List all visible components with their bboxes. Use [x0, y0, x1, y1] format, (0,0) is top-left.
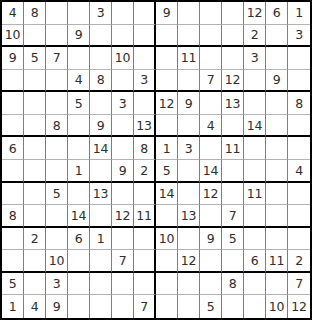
sudoku-cell-r8c6[interactable]: 9: [112, 160, 134, 183]
sudoku-cell-r7c13[interactable]: [266, 137, 288, 160]
sudoku-cell-r11c1[interactable]: [2, 228, 24, 251]
sudoku-cell-r8c13[interactable]: [266, 160, 288, 183]
sudoku-cell-r8c8[interactable]: 5: [156, 160, 178, 183]
sudoku-cell-r12c14[interactable]: 2: [288, 250, 310, 273]
sudoku-cell-r13c6[interactable]: [112, 273, 134, 296]
sudoku-cell-r1c8[interactable]: 9: [156, 2, 178, 25]
sudoku-cell-r6c12[interactable]: 14: [244, 115, 266, 138]
sudoku-cell-r14c2[interactable]: 4: [24, 295, 46, 318]
sudoku-cell-r10c14[interactable]: [288, 205, 310, 228]
sudoku-cell-r14c4[interactable]: [68, 295, 90, 318]
sudoku-cell-r5c11[interactable]: 13: [222, 92, 244, 115]
sudoku-cell-r2c6[interactable]: [112, 25, 134, 48]
sudoku-cell-r1c7[interactable]: [134, 2, 156, 25]
sudoku-cell-r2c11[interactable]: [222, 25, 244, 48]
sudoku-cell-r3c5[interactable]: [90, 47, 112, 70]
sudoku-cell-r11c7[interactable]: [134, 228, 156, 251]
sudoku-cell-r3c10[interactable]: [200, 47, 222, 70]
sudoku-cell-r8c1[interactable]: [2, 160, 24, 183]
sudoku-cell-r11c13[interactable]: [266, 228, 288, 251]
sudoku-cell-r5c4[interactable]: 5: [68, 92, 90, 115]
sudoku-cell-r1c9[interactable]: [178, 2, 200, 25]
sudoku-cell-r9c14[interactable]: [288, 183, 310, 206]
sudoku-cell-r12c7[interactable]: [134, 250, 156, 273]
sudoku-cell-r8c7[interactable]: 2: [134, 160, 156, 183]
sudoku-cell-r4c8[interactable]: [156, 70, 178, 93]
sudoku-cell-r10c12[interactable]: [244, 205, 266, 228]
sudoku-cell-r11c4[interactable]: 6: [68, 228, 90, 251]
sudoku-cell-r10c1[interactable]: 8: [2, 205, 24, 228]
sudoku-cell-r4c14[interactable]: [288, 70, 310, 93]
sudoku-cell-r2c1[interactable]: 10: [2, 25, 24, 48]
sudoku-cell-r5c5[interactable]: [90, 92, 112, 115]
sudoku-cell-r10c3[interactable]: [46, 205, 68, 228]
sudoku-cell-r9c7[interactable]: [134, 183, 156, 206]
sudoku-cell-r5c13[interactable]: [266, 92, 288, 115]
sudoku-cell-r10c9[interactable]: 13: [178, 205, 200, 228]
sudoku-cell-r12c11[interactable]: [222, 250, 244, 273]
sudoku-cell-r12c13[interactable]: 11: [266, 250, 288, 273]
sudoku-cell-r6c8[interactable]: [156, 115, 178, 138]
sudoku-cell-r13c12[interactable]: [244, 273, 266, 296]
sudoku-cell-r8c12[interactable]: [244, 160, 266, 183]
sudoku-cell-r7c3[interactable]: [46, 137, 68, 160]
sudoku-cell-r6c14[interactable]: [288, 115, 310, 138]
sudoku-cell-r11c2[interactable]: 2: [24, 228, 46, 251]
sudoku-cell-r9c3[interactable]: 5: [46, 183, 68, 206]
sudoku-cell-r4c4[interactable]: 4: [68, 70, 90, 93]
sudoku-cell-r3c4[interactable]: [68, 47, 90, 70]
sudoku-cell-r8c14[interactable]: 4: [288, 160, 310, 183]
sudoku-cell-r4c7[interactable]: 3: [134, 70, 156, 93]
sudoku-cell-r8c5[interactable]: [90, 160, 112, 183]
sudoku-cell-r3c12[interactable]: 3: [244, 47, 266, 70]
sudoku-cell-r13c14[interactable]: 7: [288, 273, 310, 296]
sudoku-cell-r12c9[interactable]: 12: [178, 250, 200, 273]
sudoku-cell-r1c1[interactable]: 4: [2, 2, 24, 25]
sudoku-cell-r10c10[interactable]: [200, 205, 222, 228]
sudoku-cell-r7c4[interactable]: [68, 137, 90, 160]
sudoku-cell-r1c10[interactable]: [200, 2, 222, 25]
sudoku-cell-r4c9[interactable]: [178, 70, 200, 93]
sudoku-cell-r9c11[interactable]: [222, 183, 244, 206]
sudoku-cell-r14c10[interactable]: 5: [200, 295, 222, 318]
sudoku-cell-r14c8[interactable]: [156, 295, 178, 318]
sudoku-cell-r4c1[interactable]: [2, 70, 24, 93]
sudoku-cell-r2c3[interactable]: [46, 25, 68, 48]
sudoku-cell-r2c2[interactable]: [24, 25, 46, 48]
sudoku-cell-r9c1[interactable]: [2, 183, 24, 206]
sudoku-board: 4839126110923957101134837129531291388913…: [0, 0, 312, 320]
sudoku-cell-r3c2[interactable]: 5: [24, 47, 46, 70]
sudoku-cell-r9c12[interactable]: 11: [244, 183, 266, 206]
sudoku-cell-r4c3[interactable]: [46, 70, 68, 93]
sudoku-cell-r8c4[interactable]: 1: [68, 160, 90, 183]
sudoku-cell-r10c4[interactable]: 14: [68, 205, 90, 228]
sudoku-cell-r9c8[interactable]: 14: [156, 183, 178, 206]
sudoku-cell-r5c9[interactable]: 9: [178, 92, 200, 115]
sudoku-cell-r7c8[interactable]: 1: [156, 137, 178, 160]
sudoku-cell-r6c13[interactable]: [266, 115, 288, 138]
sudoku-cell-r3c14[interactable]: [288, 47, 310, 70]
sudoku-cell-r11c9[interactable]: [178, 228, 200, 251]
sudoku-cell-r3c6[interactable]: 10: [112, 47, 134, 70]
sudoku-cell-r2c4[interactable]: 9: [68, 25, 90, 48]
sudoku-cell-r14c7[interactable]: 7: [134, 295, 156, 318]
sudoku-cell-r2c10[interactable]: [200, 25, 222, 48]
sudoku-cell-r10c2[interactable]: [24, 205, 46, 228]
sudoku-cell-r8c2[interactable]: [24, 160, 46, 183]
sudoku-cell-r7c6[interactable]: [112, 137, 134, 160]
sudoku-cell-r11c3[interactable]: [46, 228, 68, 251]
sudoku-cell-r6c4[interactable]: [68, 115, 90, 138]
sudoku-cell-r6c2[interactable]: [24, 115, 46, 138]
sudoku-cell-r2c13[interactable]: [266, 25, 288, 48]
sudoku-cell-r14c9[interactable]: [178, 295, 200, 318]
sudoku-cell-r2c12[interactable]: 2: [244, 25, 266, 48]
sudoku-cell-r2c5[interactable]: [90, 25, 112, 48]
sudoku-cell-r1c5[interactable]: 3: [90, 2, 112, 25]
sudoku-cell-r3c11[interactable]: [222, 47, 244, 70]
sudoku-cell-r5c10[interactable]: [200, 92, 222, 115]
sudoku-cell-r4c6[interactable]: [112, 70, 134, 93]
sudoku-cell-r14c6[interactable]: [112, 295, 134, 318]
sudoku-cell-r10c13[interactable]: [266, 205, 288, 228]
sudoku-cell-r1c13[interactable]: 6: [266, 2, 288, 25]
sudoku-cell-r3c8[interactable]: [156, 47, 178, 70]
sudoku-cell-r1c4[interactable]: [68, 2, 90, 25]
sudoku-cell-r1c6[interactable]: [112, 2, 134, 25]
sudoku-cell-r12c5[interactable]: [90, 250, 112, 273]
sudoku-cell-r5c8[interactable]: 12: [156, 92, 178, 115]
sudoku-cell-r11c8[interactable]: 10: [156, 228, 178, 251]
sudoku-cell-r10c11[interactable]: 7: [222, 205, 244, 228]
sudoku-cell-r7c1[interactable]: 6: [2, 137, 24, 160]
sudoku-cell-r6c5[interactable]: 9: [90, 115, 112, 138]
sudoku-cell-r13c3[interactable]: 3: [46, 273, 68, 296]
sudoku-cell-r7c14[interactable]: [288, 137, 310, 160]
sudoku-cell-r3c3[interactable]: 7: [46, 47, 68, 70]
sudoku-cell-r13c7[interactable]: [134, 273, 156, 296]
sudoku-cell-r13c2[interactable]: [24, 273, 46, 296]
sudoku-cell-r1c14[interactable]: 1: [288, 2, 310, 25]
sudoku-cell-r6c10[interactable]: 4: [200, 115, 222, 138]
sudoku-cell-r1c2[interactable]: 8: [24, 2, 46, 25]
sudoku-cell-r5c12[interactable]: [244, 92, 266, 115]
sudoku-cell-r11c12[interactable]: [244, 228, 266, 251]
sudoku-cell-r14c3[interactable]: 9: [46, 295, 68, 318]
sudoku-cell-r9c4[interactable]: [68, 183, 90, 206]
sudoku-cell-r9c10[interactable]: 12: [200, 183, 222, 206]
sudoku-cell-r4c11[interactable]: 12: [222, 70, 244, 93]
sudoku-cell-r3c13[interactable]: [266, 47, 288, 70]
sudoku-cell-r4c5[interactable]: 8: [90, 70, 112, 93]
sudoku-cell-r4c13[interactable]: 9: [266, 70, 288, 93]
sudoku-cell-r6c7[interactable]: 13: [134, 115, 156, 138]
sudoku-cell-r9c5[interactable]: 13: [90, 183, 112, 206]
sudoku-cell-r5c6[interactable]: 3: [112, 92, 134, 115]
sudoku-cell-r6c6[interactable]: [112, 115, 134, 138]
sudoku-cell-r1c3[interactable]: [46, 2, 68, 25]
sudoku-cell-r13c8[interactable]: [156, 273, 178, 296]
sudoku-cell-r8c9[interactable]: [178, 160, 200, 183]
sudoku-cell-r6c11[interactable]: [222, 115, 244, 138]
sudoku-cell-r3c9[interactable]: 11: [178, 47, 200, 70]
sudoku-cell-r5c2[interactable]: [24, 92, 46, 115]
sudoku-cell-r10c5[interactable]: [90, 205, 112, 228]
sudoku-cell-r8c11[interactable]: [222, 160, 244, 183]
sudoku-cell-r3c7[interactable]: [134, 47, 156, 70]
sudoku-cell-r2c7[interactable]: [134, 25, 156, 48]
sudoku-cell-r4c12[interactable]: [244, 70, 266, 93]
sudoku-cell-r13c10[interactable]: [200, 273, 222, 296]
sudoku-cell-r4c2[interactable]: [24, 70, 46, 93]
sudoku-cell-r11c6[interactable]: [112, 228, 134, 251]
sudoku-cell-r14c14[interactable]: 12: [288, 295, 310, 318]
sudoku-cell-r1c11[interactable]: [222, 2, 244, 25]
sudoku-cell-r9c6[interactable]: [112, 183, 134, 206]
sudoku-cell-r5c1[interactable]: [2, 92, 24, 115]
sudoku-cell-r11c5[interactable]: 1: [90, 228, 112, 251]
sudoku-cell-r7c5[interactable]: 14: [90, 137, 112, 160]
sudoku-cell-r9c13[interactable]: [266, 183, 288, 206]
sudoku-cell-r13c9[interactable]: [178, 273, 200, 296]
sudoku-cell-r14c11[interactable]: [222, 295, 244, 318]
sudoku-cell-r13c4[interactable]: [68, 273, 90, 296]
sudoku-cell-r12c12[interactable]: 6: [244, 250, 266, 273]
sudoku-cell-r2c9[interactable]: [178, 25, 200, 48]
sudoku-cell-r14c13[interactable]: 10: [266, 295, 288, 318]
sudoku-cell-r8c10[interactable]: 14: [200, 160, 222, 183]
sudoku-cell-r9c2[interactable]: [24, 183, 46, 206]
sudoku-cell-r12c10[interactable]: [200, 250, 222, 273]
sudoku-cell-r2c8[interactable]: [156, 25, 178, 48]
sudoku-cell-r2c14[interactable]: 3: [288, 25, 310, 48]
sudoku-cell-r4c10[interactable]: 7: [200, 70, 222, 93]
sudoku-cell-r12c8[interactable]: [156, 250, 178, 273]
sudoku-cell-r11c14[interactable]: [288, 228, 310, 251]
sudoku-cell-r10c6[interactable]: 12: [112, 205, 134, 228]
sudoku-cell-r7c11[interactable]: 11: [222, 137, 244, 160]
sudoku-cell-r10c8[interactable]: [156, 205, 178, 228]
sudoku-cell-r9c9[interactable]: [178, 183, 200, 206]
sudoku-cell-r14c5[interactable]: [90, 295, 112, 318]
sudoku-cell-r13c5[interactable]: [90, 273, 112, 296]
sudoku-cell-r11c10[interactable]: 9: [200, 228, 222, 251]
sudoku-cell-r14c12[interactable]: [244, 295, 266, 318]
sudoku-cell-r13c1[interactable]: 5: [2, 273, 24, 296]
sudoku-cell-r7c7[interactable]: 8: [134, 137, 156, 160]
sudoku-cell-r7c2[interactable]: [24, 137, 46, 160]
sudoku-cell-r12c2[interactable]: [24, 250, 46, 273]
sudoku-cell-r5c14[interactable]: 8: [288, 92, 310, 115]
sudoku-cell-r12c3[interactable]: 10: [46, 250, 68, 273]
sudoku-cell-r3c1[interactable]: 9: [2, 47, 24, 70]
sudoku-cell-r5c3[interactable]: [46, 92, 68, 115]
sudoku-cell-r1c12[interactable]: 12: [244, 2, 266, 25]
sudoku-cell-r6c1[interactable]: [2, 115, 24, 138]
sudoku-cell-r7c10[interactable]: [200, 137, 222, 160]
sudoku-cell-r11c11[interactable]: 5: [222, 228, 244, 251]
sudoku-cell-r7c9[interactable]: 3: [178, 137, 200, 160]
sudoku-cell-r13c13[interactable]: [266, 273, 288, 296]
sudoku-cell-r8c3[interactable]: [46, 160, 68, 183]
sudoku-cell-r6c9[interactable]: [178, 115, 200, 138]
sudoku-cell-r12c6[interactable]: 7: [112, 250, 134, 273]
sudoku-cell-r12c1[interactable]: [2, 250, 24, 273]
sudoku-cell-r6c3[interactable]: 8: [46, 115, 68, 138]
sudoku-cell-r13c11[interactable]: 8: [222, 273, 244, 296]
sudoku-cell-r12c4[interactable]: [68, 250, 90, 273]
sudoku-cell-r10c7[interactable]: 11: [134, 205, 156, 228]
sudoku-cell-r14c1[interactable]: 1: [2, 295, 24, 318]
sudoku-cell-r7c12[interactable]: [244, 137, 266, 160]
sudoku-cell-r5c7[interactable]: [134, 92, 156, 115]
